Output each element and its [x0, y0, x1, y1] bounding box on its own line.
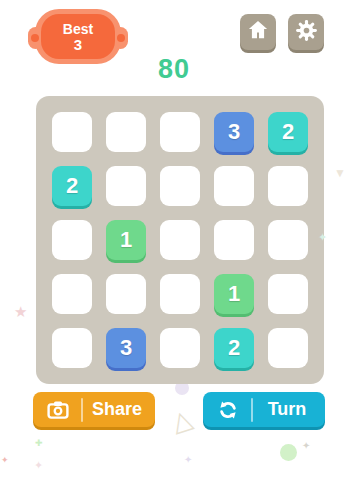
settings-button[interactable]: [288, 14, 324, 50]
sparkle-decoration: ✦: [302, 440, 310, 451]
empty-cell: [52, 274, 92, 314]
empty-cell: [106, 112, 146, 152]
best-value: 3: [74, 37, 82, 53]
best-score-badge: Best 3: [28, 8, 128, 65]
circle-decoration: [280, 444, 297, 461]
empty-cell: [106, 274, 146, 314]
empty-cell: [268, 274, 308, 314]
share-button[interactable]: Share: [33, 392, 155, 427]
tile-2[interactable]: 2: [268, 112, 308, 152]
empty-cell: [52, 328, 92, 368]
camera-icon: [46, 398, 70, 422]
empty-cell: [160, 112, 200, 152]
turn-label: Turn: [253, 399, 325, 420]
board-grid[interactable]: 3221132: [36, 96, 324, 384]
turn-button[interactable]: Turn: [203, 392, 325, 427]
tile-3[interactable]: 3: [106, 328, 146, 368]
tile-1[interactable]: 1: [214, 274, 254, 314]
empty-cell: [160, 274, 200, 314]
empty-cell: [268, 166, 308, 206]
triangle-decoration: ▼: [334, 166, 346, 180]
badge-inner: Best 3: [41, 14, 115, 59]
share-label: Share: [83, 399, 155, 420]
badge-rivet-left: [31, 34, 39, 42]
home-icon: [246, 18, 270, 46]
plus-decoration: ✚: [35, 438, 43, 448]
empty-cell: [160, 166, 200, 206]
tile-2[interactable]: 2: [52, 166, 92, 206]
empty-cell: [160, 328, 200, 368]
star-decoration: ★: [14, 303, 27, 321]
triangle-outline-decoration: △: [168, 403, 197, 439]
empty-cell: [106, 166, 146, 206]
sparkle-decoration: ✦: [34, 459, 43, 472]
empty-cell: [268, 220, 308, 260]
empty-cell: [52, 220, 92, 260]
empty-cell: [214, 166, 254, 206]
home-button[interactable]: [240, 14, 276, 50]
empty-cell: [160, 220, 200, 260]
score-value: 80: [124, 54, 224, 85]
empty-cell: [268, 328, 308, 368]
tile-3[interactable]: 3: [214, 112, 254, 152]
sparkle-decoration: ✦: [184, 454, 192, 465]
refresh-icon: [216, 398, 240, 422]
game-board[interactable]: 3221132: [36, 96, 324, 384]
tile-2[interactable]: 2: [214, 328, 254, 368]
empty-cell: [214, 220, 254, 260]
sparkle-decoration: ✦: [1, 455, 9, 465]
gear-icon: [294, 18, 319, 47]
badge-rivet-right: [117, 34, 125, 42]
tile-1[interactable]: 1: [106, 220, 146, 260]
best-label: Best: [63, 21, 93, 37]
empty-cell: [52, 112, 92, 152]
